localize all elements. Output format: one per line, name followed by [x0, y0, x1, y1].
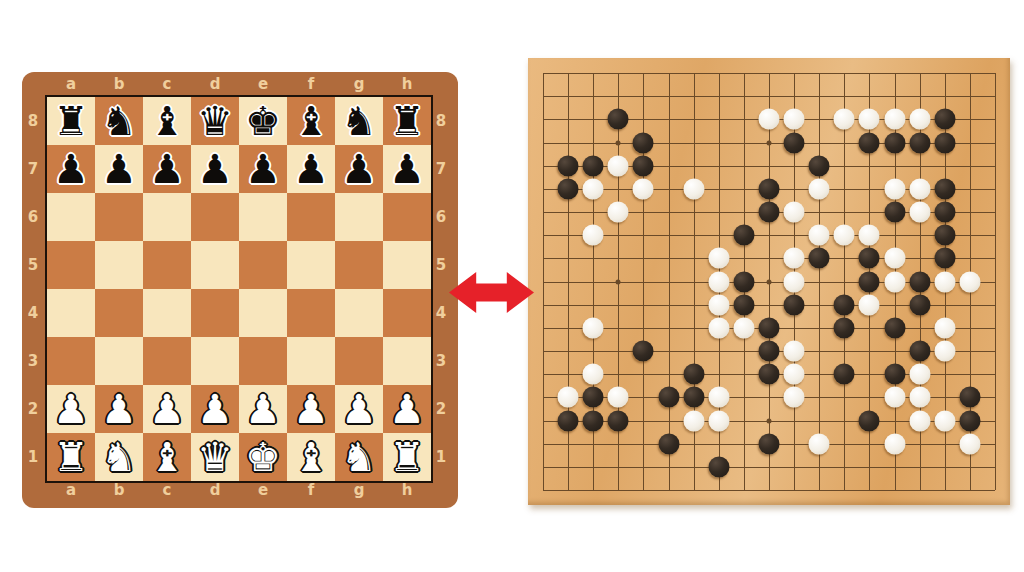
- chess-square-g5[interactable]: [335, 241, 383, 289]
- star-point: [767, 279, 772, 284]
- black-go-stone[interactable]: [759, 317, 780, 338]
- white-rook-piece[interactable]: ♜: [47, 433, 95, 481]
- black-pawn-piece[interactable]: ♟: [383, 145, 431, 193]
- black-go-stone[interactable]: [733, 225, 754, 246]
- go-grid-line-vertical: [844, 73, 845, 490]
- black-pawn-piece[interactable]: ♟: [47, 145, 95, 193]
- chess-board[interactable]: ♜♞♝♛♚♝♞♜♟♟♟♟♟♟♟♟♟♟♟♟♟♟♟♟♜♞♝♛♚♝♞♜: [45, 95, 433, 483]
- white-go-stone[interactable]: [708, 410, 729, 431]
- chess-square-c7[interactable]: ♟: [143, 145, 191, 193]
- black-go-stone[interactable]: [633, 341, 654, 362]
- white-bishop-piece[interactable]: ♝: [287, 433, 335, 481]
- white-go-stone[interactable]: [583, 178, 604, 199]
- black-knight-piece[interactable]: ♞: [95, 97, 143, 145]
- chess-square-e5[interactable]: [239, 241, 287, 289]
- black-go-stone[interactable]: [859, 410, 880, 431]
- file-label-c-top: c: [163, 75, 172, 93]
- chess-square-c5[interactable]: [143, 241, 191, 289]
- chess-square-g8[interactable]: ♞: [335, 97, 383, 145]
- chess-square-c6[interactable]: [143, 193, 191, 241]
- chess-square-d3[interactable]: [191, 337, 239, 385]
- chess-square-c8[interactable]: ♝: [143, 97, 191, 145]
- white-go-stone[interactable]: [884, 178, 905, 199]
- black-pawn-piece[interactable]: ♟: [143, 145, 191, 193]
- white-pawn-piece[interactable]: ♟: [335, 385, 383, 433]
- chess-square-g7[interactable]: ♟: [335, 145, 383, 193]
- white-go-stone[interactable]: [608, 202, 629, 223]
- white-go-stone[interactable]: [784, 202, 805, 223]
- white-pawn-piece[interactable]: ♟: [191, 385, 239, 433]
- go-grid-line-vertical: [995, 73, 996, 490]
- white-go-stone[interactable]: [934, 341, 955, 362]
- white-go-stone[interactable]: [884, 271, 905, 292]
- rank-label-5-left: 5: [28, 256, 38, 274]
- black-go-stone[interactable]: [733, 294, 754, 315]
- chess-square-h5[interactable]: [383, 241, 431, 289]
- chess-square-a7[interactable]: ♟: [47, 145, 95, 193]
- white-queen-piece[interactable]: ♛: [191, 433, 239, 481]
- white-go-stone[interactable]: [809, 433, 830, 454]
- file-label-d-top: d: [210, 75, 221, 93]
- chess-square-f4[interactable]: [287, 289, 335, 337]
- black-go-stone[interactable]: [859, 248, 880, 269]
- white-go-stone[interactable]: [884, 109, 905, 130]
- black-go-stone[interactable]: [759, 341, 780, 362]
- chess-square-h4[interactable]: [383, 289, 431, 337]
- black-knight-piece[interactable]: ♞: [335, 97, 383, 145]
- black-go-stone[interactable]: [558, 410, 579, 431]
- chess-square-b3[interactable]: [95, 337, 143, 385]
- white-go-stone[interactable]: [909, 387, 930, 408]
- black-go-stone[interactable]: [934, 178, 955, 199]
- rank-label-2-left: 2: [28, 400, 38, 418]
- chess-square-b8[interactable]: ♞: [95, 97, 143, 145]
- chess-square-f1[interactable]: ♝: [287, 433, 335, 481]
- file-label-e-top: e: [258, 75, 268, 93]
- white-pawn-piece[interactable]: ♟: [383, 385, 431, 433]
- white-go-stone[interactable]: [784, 341, 805, 362]
- white-go-stone[interactable]: [708, 271, 729, 292]
- white-go-stone[interactable]: [784, 271, 805, 292]
- file-label-c-bottom: c: [163, 481, 172, 499]
- black-go-stone[interactable]: [859, 132, 880, 153]
- rank-label-2-right: 2: [436, 400, 446, 418]
- black-go-stone[interactable]: [633, 132, 654, 153]
- white-go-stone[interactable]: [784, 364, 805, 385]
- black-pawn-piece[interactable]: ♟: [335, 145, 383, 193]
- file-label-f-bottom: f: [308, 481, 315, 499]
- rank-label-8-right: 8: [436, 112, 446, 130]
- black-go-stone[interactable]: [708, 456, 729, 477]
- white-go-stone[interactable]: [784, 248, 805, 269]
- chess-square-d7[interactable]: ♟: [191, 145, 239, 193]
- chess-square-h1[interactable]: ♜: [383, 433, 431, 481]
- chess-square-h3[interactable]: [383, 337, 431, 385]
- chess-square-a4[interactable]: [47, 289, 95, 337]
- chess-square-e3[interactable]: [239, 337, 287, 385]
- black-go-stone[interactable]: [859, 271, 880, 292]
- chess-square-b2[interactable]: ♟: [95, 385, 143, 433]
- chess-square-c4[interactable]: [143, 289, 191, 337]
- white-go-stone[interactable]: [909, 364, 930, 385]
- white-go-stone[interactable]: [959, 271, 980, 292]
- chess-square-a5[interactable]: [47, 241, 95, 289]
- rank-label-3-right: 3: [436, 352, 446, 370]
- black-go-stone[interactable]: [558, 178, 579, 199]
- white-go-stone[interactable]: [708, 294, 729, 315]
- black-queen-piece[interactable]: ♛: [191, 97, 239, 145]
- white-go-stone[interactable]: [608, 387, 629, 408]
- file-label-a-bottom: a: [66, 481, 76, 499]
- white-go-stone[interactable]: [934, 317, 955, 338]
- file-label-a-top: a: [66, 75, 76, 93]
- go-grid-line-horizontal: [543, 490, 995, 491]
- white-king-piece[interactable]: ♚: [239, 433, 287, 481]
- chess-square-g6[interactable]: [335, 193, 383, 241]
- black-bishop-piece[interactable]: ♝: [287, 97, 335, 145]
- white-go-stone[interactable]: [909, 109, 930, 130]
- chess-square-e8[interactable]: ♚: [239, 97, 287, 145]
- white-pawn-piece[interactable]: ♟: [47, 385, 95, 433]
- go-grid-line-vertical: [819, 73, 820, 490]
- chess-square-h6[interactable]: [383, 193, 431, 241]
- black-pawn-piece[interactable]: ♟: [287, 145, 335, 193]
- black-go-stone[interactable]: [784, 294, 805, 315]
- white-go-stone[interactable]: [834, 109, 855, 130]
- chess-square-g3[interactable]: [335, 337, 383, 385]
- chess-square-h8[interactable]: ♜: [383, 97, 431, 145]
- star-point: [616, 279, 621, 284]
- chess-square-g1[interactable]: ♞: [335, 433, 383, 481]
- star-point: [767, 418, 772, 423]
- black-pawn-piece[interactable]: ♟: [95, 145, 143, 193]
- white-go-stone[interactable]: [884, 248, 905, 269]
- black-go-stone[interactable]: [884, 132, 905, 153]
- white-go-stone[interactable]: [608, 155, 629, 176]
- black-go-stone[interactable]: [934, 202, 955, 223]
- chess-square-a1[interactable]: ♜: [47, 433, 95, 481]
- white-go-stone[interactable]: [859, 109, 880, 130]
- black-go-stone[interactable]: [884, 202, 905, 223]
- chess-square-e6[interactable]: [239, 193, 287, 241]
- white-go-stone[interactable]: [934, 410, 955, 431]
- rank-label-1-left: 1: [28, 448, 38, 466]
- black-go-stone[interactable]: [633, 155, 654, 176]
- black-go-stone[interactable]: [934, 109, 955, 130]
- black-king-piece[interactable]: ♚: [239, 97, 287, 145]
- chess-square-a3[interactable]: [47, 337, 95, 385]
- chess-square-f7[interactable]: ♟: [287, 145, 335, 193]
- white-go-stone[interactable]: [583, 364, 604, 385]
- black-go-stone[interactable]: [834, 364, 855, 385]
- swap-arrow-icon: [449, 272, 534, 313]
- black-go-stone[interactable]: [608, 410, 629, 431]
- chess-square-a6[interactable]: [47, 193, 95, 241]
- star-point: [767, 140, 772, 145]
- white-go-stone[interactable]: [784, 109, 805, 130]
- chess-square-d1[interactable]: ♛: [191, 433, 239, 481]
- black-go-stone[interactable]: [884, 364, 905, 385]
- chess-square-b4[interactable]: [95, 289, 143, 337]
- white-go-stone[interactable]: [633, 178, 654, 199]
- black-go-stone[interactable]: [558, 155, 579, 176]
- rank-label-1-right: 1: [436, 448, 446, 466]
- chess-square-b7[interactable]: ♟: [95, 145, 143, 193]
- rank-label-7-left: 7: [28, 160, 38, 178]
- white-go-stone[interactable]: [959, 433, 980, 454]
- white-go-stone[interactable]: [784, 387, 805, 408]
- white-pawn-piece[interactable]: ♟: [95, 385, 143, 433]
- file-label-b-bottom: b: [114, 481, 125, 499]
- chess-square-b1[interactable]: ♞: [95, 433, 143, 481]
- file-label-h-bottom: h: [402, 481, 413, 499]
- black-go-stone[interactable]: [934, 248, 955, 269]
- white-go-stone[interactable]: [909, 178, 930, 199]
- white-go-stone[interactable]: [909, 410, 930, 431]
- white-knight-piece[interactable]: ♞: [335, 433, 383, 481]
- rank-label-7-right: 7: [436, 160, 446, 178]
- screenshot-canvas: ♜♞♝♛♚♝♞♜♟♟♟♟♟♟♟♟♟♟♟♟♟♟♟♟♜♞♝♛♚♝♞♜ aa88bb7…: [0, 0, 1024, 572]
- chess-square-c2[interactable]: ♟: [143, 385, 191, 433]
- black-pawn-piece[interactable]: ♟: [239, 145, 287, 193]
- chess-square-c3[interactable]: [143, 337, 191, 385]
- black-go-stone[interactable]: [909, 341, 930, 362]
- white-go-stone[interactable]: [683, 410, 704, 431]
- file-label-f-top: f: [308, 75, 315, 93]
- white-go-stone[interactable]: [884, 433, 905, 454]
- black-go-stone[interactable]: [583, 155, 604, 176]
- file-label-b-top: b: [114, 75, 125, 93]
- black-go-stone[interactable]: [934, 225, 955, 246]
- chess-square-g2[interactable]: ♟: [335, 385, 383, 433]
- black-go-stone[interactable]: [583, 387, 604, 408]
- white-go-stone[interactable]: [934, 271, 955, 292]
- rank-label-3-left: 3: [28, 352, 38, 370]
- file-label-g-top: g: [354, 75, 365, 93]
- black-go-stone[interactable]: [909, 271, 930, 292]
- white-pawn-piece[interactable]: ♟: [287, 385, 335, 433]
- chess-square-d2[interactable]: ♟: [191, 385, 239, 433]
- chess-square-b5[interactable]: [95, 241, 143, 289]
- chess-square-a8[interactable]: ♜: [47, 97, 95, 145]
- black-go-stone[interactable]: [959, 387, 980, 408]
- go-grid-line-horizontal: [543, 467, 995, 468]
- white-go-stone[interactable]: [583, 317, 604, 338]
- file-label-g-bottom: g: [354, 481, 365, 499]
- black-go-stone[interactable]: [759, 433, 780, 454]
- white-knight-piece[interactable]: ♞: [95, 433, 143, 481]
- chess-square-b6[interactable]: [95, 193, 143, 241]
- rank-label-6-left: 6: [28, 208, 38, 226]
- chess-square-f5[interactable]: [287, 241, 335, 289]
- white-rook-piece[interactable]: ♜: [383, 433, 431, 481]
- black-go-stone[interactable]: [583, 410, 604, 431]
- black-go-stone[interactable]: [759, 364, 780, 385]
- chess-square-a2[interactable]: ♟: [47, 385, 95, 433]
- black-go-stone[interactable]: [909, 294, 930, 315]
- white-go-stone[interactable]: [834, 225, 855, 246]
- black-go-stone[interactable]: [759, 202, 780, 223]
- chess-square-d5[interactable]: [191, 241, 239, 289]
- file-label-h-top: h: [402, 75, 413, 93]
- chess-square-f6[interactable]: [287, 193, 335, 241]
- chess-square-e2[interactable]: ♟: [239, 385, 287, 433]
- white-pawn-piece[interactable]: ♟: [143, 385, 191, 433]
- black-go-stone[interactable]: [959, 410, 980, 431]
- black-go-stone[interactable]: [934, 132, 955, 153]
- black-go-stone[interactable]: [658, 387, 679, 408]
- black-go-stone[interactable]: [733, 271, 754, 292]
- white-go-stone[interactable]: [708, 317, 729, 338]
- white-go-stone[interactable]: [809, 225, 830, 246]
- rank-label-4-left: 4: [28, 304, 38, 322]
- chess-square-d8[interactable]: ♛: [191, 97, 239, 145]
- chess-square-h7[interactable]: ♟: [383, 145, 431, 193]
- go-board[interactable]: [528, 58, 1010, 505]
- black-bishop-piece[interactable]: ♝: [143, 97, 191, 145]
- white-go-stone[interactable]: [708, 387, 729, 408]
- chess-square-f8[interactable]: ♝: [287, 97, 335, 145]
- black-go-stone[interactable]: [784, 132, 805, 153]
- white-go-stone[interactable]: [558, 387, 579, 408]
- white-bishop-piece[interactable]: ♝: [143, 433, 191, 481]
- black-go-stone[interactable]: [683, 364, 704, 385]
- black-go-stone[interactable]: [834, 294, 855, 315]
- black-go-stone[interactable]: [759, 178, 780, 199]
- white-pawn-piece[interactable]: ♟: [239, 385, 287, 433]
- black-rook-piece[interactable]: ♜: [383, 97, 431, 145]
- black-go-stone[interactable]: [834, 317, 855, 338]
- white-go-stone[interactable]: [683, 178, 704, 199]
- black-go-stone[interactable]: [809, 248, 830, 269]
- white-go-stone[interactable]: [583, 225, 604, 246]
- rank-label-4-right: 4: [436, 304, 446, 322]
- file-label-e-bottom: e: [258, 481, 268, 499]
- white-go-stone[interactable]: [708, 248, 729, 269]
- white-go-stone[interactable]: [859, 225, 880, 246]
- rank-label-6-right: 6: [436, 208, 446, 226]
- chess-square-f2[interactable]: ♟: [287, 385, 335, 433]
- black-go-stone[interactable]: [608, 109, 629, 130]
- black-go-stone[interactable]: [683, 387, 704, 408]
- rank-label-8-left: 8: [28, 112, 38, 130]
- chess-square-d6[interactable]: [191, 193, 239, 241]
- black-go-stone[interactable]: [658, 433, 679, 454]
- chess-square-c1[interactable]: ♝: [143, 433, 191, 481]
- black-go-stone[interactable]: [884, 317, 905, 338]
- white-go-stone[interactable]: [884, 387, 905, 408]
- white-go-stone[interactable]: [733, 317, 754, 338]
- rank-label-5-right: 5: [436, 256, 446, 274]
- white-go-stone[interactable]: [859, 294, 880, 315]
- chess-square-h2[interactable]: ♟: [383, 385, 431, 433]
- star-point: [616, 140, 621, 145]
- black-go-stone[interactable]: [809, 155, 830, 176]
- black-pawn-piece[interactable]: ♟: [191, 145, 239, 193]
- chess-square-g4[interactable]: [335, 289, 383, 337]
- chess-square-e1[interactable]: ♚: [239, 433, 287, 481]
- chess-square-d4[interactable]: [191, 289, 239, 337]
- black-rook-piece[interactable]: ♜: [47, 97, 95, 145]
- chess-square-e7[interactable]: ♟: [239, 145, 287, 193]
- chess-square-e4[interactable]: [239, 289, 287, 337]
- chess-square-f3[interactable]: [287, 337, 335, 385]
- file-label-d-bottom: d: [210, 481, 221, 499]
- chess-board-frame: ♜♞♝♛♚♝♞♜♟♟♟♟♟♟♟♟♟♟♟♟♟♟♟♟♜♞♝♛♚♝♞♜ aa88bb7…: [22, 72, 458, 508]
- white-go-stone[interactable]: [809, 178, 830, 199]
- white-go-stone[interactable]: [759, 109, 780, 130]
- black-go-stone[interactable]: [909, 132, 930, 153]
- white-go-stone[interactable]: [909, 202, 930, 223]
